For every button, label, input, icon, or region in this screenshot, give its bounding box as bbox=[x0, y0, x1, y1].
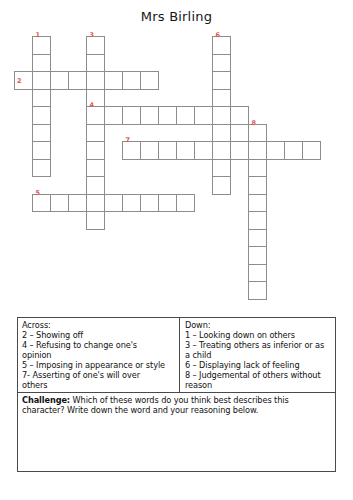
grid-cell[interactable] bbox=[194, 141, 213, 160]
grid-cell[interactable] bbox=[248, 194, 267, 213]
grid-cell[interactable] bbox=[122, 106, 141, 125]
grid-cell[interactable] bbox=[158, 106, 177, 125]
grid-cell[interactable] bbox=[212, 159, 231, 178]
grid-cell[interactable] bbox=[50, 71, 69, 90]
grid-cell[interactable] bbox=[32, 54, 51, 73]
grid-cell[interactable] bbox=[140, 141, 159, 160]
grid-cell[interactable] bbox=[68, 194, 87, 213]
grid-cell[interactable] bbox=[230, 141, 249, 160]
grid-cell[interactable] bbox=[212, 124, 231, 143]
grid-cell[interactable] bbox=[248, 124, 267, 143]
grid-cell[interactable] bbox=[248, 211, 267, 230]
across-clues-list: 2 – Showing off4 – Refusing to change on… bbox=[22, 330, 177, 390]
grid-cell[interactable] bbox=[140, 71, 159, 90]
grid-cell[interactable] bbox=[122, 71, 141, 90]
clue-number: 3 bbox=[90, 32, 95, 39]
clue-line: 8 – Judgemental of others without bbox=[185, 370, 333, 380]
grid-cell[interactable] bbox=[176, 194, 195, 213]
down-heading: Down: bbox=[185, 320, 333, 330]
clue-number: 2 bbox=[17, 78, 22, 85]
clue-number: 4 bbox=[90, 102, 95, 109]
grid-cell[interactable] bbox=[140, 106, 159, 125]
down-clues-column: Down: 1 – Looking down on others3 – Trea… bbox=[180, 318, 335, 392]
grid-cell[interactable] bbox=[86, 141, 105, 160]
grid-cell[interactable] bbox=[266, 141, 285, 160]
clue-number: 8 bbox=[252, 120, 257, 127]
clues-section: Across: 2 – Showing off4 – Refusing to c… bbox=[18, 318, 335, 393]
clue-number: 7 bbox=[126, 137, 131, 144]
grid-cell[interactable] bbox=[86, 36, 105, 55]
challenge-label: Challenge: bbox=[22, 395, 70, 405]
grid-cell[interactable] bbox=[248, 176, 267, 195]
grid-cell[interactable] bbox=[212, 89, 231, 108]
grid-cell[interactable] bbox=[32, 89, 51, 108]
grid-cell[interactable] bbox=[104, 71, 123, 90]
across-clues-column: Across: 2 – Showing off4 – Refusing to c… bbox=[18, 318, 180, 392]
clue-number: 6 bbox=[216, 32, 221, 39]
clue-line: 7- Asserting of one's will over bbox=[22, 370, 177, 380]
grid-cell[interactable] bbox=[302, 141, 321, 160]
clue-number: 5 bbox=[36, 190, 41, 197]
grid-cell[interactable] bbox=[122, 141, 141, 160]
grid-cell[interactable] bbox=[176, 106, 195, 125]
challenge-section: Challenge: Which of these words do you t… bbox=[18, 393, 335, 415]
grid-cell[interactable] bbox=[104, 194, 123, 213]
clue-line: 1 – Looking down on others bbox=[185, 330, 333, 340]
grid-cell[interactable] bbox=[140, 194, 159, 213]
grid-cell[interactable] bbox=[212, 36, 231, 55]
grid-cell[interactable] bbox=[86, 106, 105, 125]
grid-cell[interactable] bbox=[248, 229, 267, 248]
grid-cell[interactable] bbox=[158, 194, 177, 213]
grid-cell[interactable] bbox=[86, 176, 105, 195]
grid-cell[interactable] bbox=[86, 194, 105, 213]
grid-cell[interactable] bbox=[248, 159, 267, 178]
grid-cell[interactable] bbox=[212, 71, 231, 90]
clue-line: 5 – Imposing in appearance or style bbox=[22, 360, 177, 370]
grid-cell[interactable] bbox=[212, 141, 231, 160]
grid-cell[interactable] bbox=[32, 141, 51, 160]
clue-line: others bbox=[22, 380, 177, 390]
grid-cell[interactable] bbox=[86, 54, 105, 73]
grid-cell[interactable] bbox=[32, 124, 51, 143]
grid-cell[interactable] bbox=[86, 124, 105, 143]
grid-cell[interactable] bbox=[248, 141, 267, 160]
clue-line: a child bbox=[185, 350, 333, 360]
grid-cell[interactable] bbox=[122, 194, 141, 213]
clue-number: 1 bbox=[36, 32, 41, 39]
grid-cell[interactable] bbox=[86, 71, 105, 90]
grid-cell[interactable] bbox=[32, 71, 51, 90]
grid-cell[interactable] bbox=[86, 159, 105, 178]
clue-line: reason bbox=[185, 380, 333, 390]
grid-cell[interactable] bbox=[32, 194, 51, 213]
grid-cell[interactable] bbox=[212, 106, 231, 125]
clue-line: 3 – Treating others as inferior or as bbox=[185, 340, 333, 350]
grid-cell[interactable] bbox=[230, 106, 249, 125]
clue-box: Across: 2 – Showing off4 – Refusing to c… bbox=[17, 317, 336, 472]
grid-cell[interactable] bbox=[50, 194, 69, 213]
clue-line: 2 – Showing off bbox=[22, 330, 177, 340]
crossword-grid: 12345678 bbox=[14, 36, 320, 299]
grid-cell[interactable] bbox=[212, 54, 231, 73]
clue-line: 6 – Displaying lack of feeling bbox=[185, 360, 333, 370]
grid-cell[interactable] bbox=[194, 106, 213, 125]
grid-cell[interactable] bbox=[248, 281, 267, 300]
grid-cell[interactable] bbox=[32, 106, 51, 125]
grid-cell[interactable] bbox=[86, 211, 105, 230]
grid-cell[interactable] bbox=[284, 141, 303, 160]
grid-cell[interactable] bbox=[248, 264, 267, 283]
grid-cell[interactable] bbox=[32, 36, 51, 55]
across-heading: Across: bbox=[22, 320, 177, 330]
page-title: Mrs Birling bbox=[0, 9, 353, 24]
grid-cell[interactable] bbox=[68, 71, 87, 90]
grid-cell[interactable] bbox=[176, 141, 195, 160]
clue-line: opinion bbox=[22, 350, 177, 360]
grid-cell[interactable] bbox=[248, 246, 267, 265]
down-clues-list: 1 – Looking down on others3 – Treating o… bbox=[185, 330, 333, 390]
grid-cell[interactable] bbox=[104, 106, 123, 125]
grid-cell[interactable] bbox=[158, 141, 177, 160]
clue-line: 4 – Refusing to change one's bbox=[22, 340, 177, 350]
grid-cell[interactable] bbox=[212, 176, 231, 195]
grid-cell[interactable] bbox=[32, 159, 51, 178]
